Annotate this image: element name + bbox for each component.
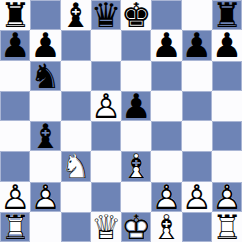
square-a1[interactable]: ♜♖ [0,212,30,242]
square-f6[interactable] [151,61,181,91]
square-d3[interactable] [91,151,121,181]
square-d6[interactable] [91,61,121,91]
square-g1[interactable] [182,212,212,242]
chess-board: ♜♝♛♚♜♟♟♟♟♟♞♟♙♟♝♞♘♝♗♟♙♟♙♟♙♟♙♟♙♜♖♛♕♚♔♝♗♜♖ [0,0,242,242]
piece-white-bishop[interactable]: ♝♗ [151,212,181,242]
piece-white-rook[interactable]: ♜♖ [0,212,30,242]
square-c7[interactable] [61,30,91,60]
square-e5[interactable]: ♟ [121,91,151,121]
piece-outline-glyph: ♗ [151,212,181,242]
square-b5[interactable] [30,91,60,121]
piece-outline-glyph: ♔ [121,212,151,242]
square-a6[interactable] [0,61,30,91]
square-h1[interactable]: ♜♖ [212,212,242,242]
square-e7[interactable] [121,30,151,60]
square-h4[interactable] [212,121,242,151]
square-h5[interactable] [212,91,242,121]
square-g2[interactable]: ♟♙ [182,182,212,212]
piece-white-rook[interactable]: ♜♖ [212,212,242,242]
square-b8[interactable] [30,0,60,30]
square-b6[interactable]: ♞ [30,61,60,91]
square-b1[interactable] [30,212,60,242]
piece-black-bishop[interactable]: ♝ [30,121,60,151]
square-g6[interactable] [182,61,212,91]
piece-body-glyph: ♟ [0,30,30,60]
piece-black-rook[interactable]: ♜ [0,0,30,30]
square-a4[interactable] [0,121,30,151]
square-c8[interactable]: ♝ [61,0,91,30]
piece-outline-glyph: ♙ [91,91,121,121]
piece-black-pawn[interactable]: ♟ [212,30,242,60]
square-a5[interactable] [0,91,30,121]
piece-body-glyph: ♟ [212,30,242,60]
piece-body-glyph: ♛ [91,0,121,30]
square-c6[interactable] [61,61,91,91]
piece-white-pawn[interactable]: ♟♙ [91,91,121,121]
piece-black-bishop[interactable]: ♝ [61,0,91,30]
square-b2[interactable]: ♟♙ [30,182,60,212]
piece-black-knight[interactable]: ♞ [30,61,60,91]
square-c1[interactable] [61,212,91,242]
square-g7[interactable]: ♟ [182,30,212,60]
piece-black-pawn[interactable]: ♟ [151,30,181,60]
square-e1[interactable]: ♚♔ [121,212,151,242]
square-f5[interactable] [151,91,181,121]
square-g8[interactable] [182,0,212,30]
square-d1[interactable]: ♛♕ [91,212,121,242]
piece-white-pawn[interactable]: ♟♙ [0,182,30,212]
square-c5[interactable] [61,91,91,121]
piece-body-glyph: ♝ [61,0,91,30]
square-g3[interactable] [182,151,212,181]
square-d7[interactable] [91,30,121,60]
piece-outline-glyph: ♙ [151,182,181,212]
piece-white-knight[interactable]: ♞♘ [61,151,91,181]
piece-outline-glyph: ♖ [212,212,242,242]
piece-white-pawn[interactable]: ♟♙ [182,182,212,212]
piece-body-glyph: ♜ [212,0,242,30]
square-d8[interactable]: ♛ [91,0,121,30]
piece-white-pawn[interactable]: ♟♙ [30,182,60,212]
square-g5[interactable] [182,91,212,121]
square-b7[interactable]: ♟ [30,30,60,60]
piece-outline-glyph: ♙ [212,182,242,212]
square-a2[interactable]: ♟♙ [0,182,30,212]
square-c3[interactable]: ♞♘ [61,151,91,181]
piece-black-pawn[interactable]: ♟ [0,30,30,60]
square-f2[interactable]: ♟♙ [151,182,181,212]
piece-body-glyph: ♟ [121,91,151,121]
piece-outline-glyph: ♘ [61,151,91,181]
square-h7[interactable]: ♟ [212,30,242,60]
piece-white-pawn[interactable]: ♟♙ [212,182,242,212]
square-e3[interactable]: ♝♗ [121,151,151,181]
piece-body-glyph: ♞ [30,61,60,91]
square-f1[interactable]: ♝♗ [151,212,181,242]
square-f8[interactable] [151,0,181,30]
piece-black-pawn[interactable]: ♟ [30,30,60,60]
piece-white-queen[interactable]: ♛♕ [91,212,121,242]
piece-body-glyph: ♚ [121,0,151,30]
square-h2[interactable]: ♟♙ [212,182,242,212]
square-e4[interactable] [121,121,151,151]
piece-outline-glyph: ♙ [182,182,212,212]
square-b3[interactable] [30,151,60,181]
piece-black-queen[interactable]: ♛ [91,0,121,30]
square-f4[interactable] [151,121,181,151]
square-e6[interactable] [121,61,151,91]
piece-black-king[interactable]: ♚ [121,0,151,30]
piece-body-glyph: ♟ [30,30,60,60]
piece-white-bishop[interactable]: ♝♗ [121,151,151,181]
square-f7[interactable]: ♟ [151,30,181,60]
square-a8[interactable]: ♜ [0,0,30,30]
square-c2[interactable] [61,182,91,212]
square-a3[interactable] [0,151,30,181]
piece-outline-glyph: ♙ [0,182,30,212]
piece-outline-glyph: ♕ [91,212,121,242]
piece-body-glyph: ♜ [0,0,30,30]
square-a7[interactable]: ♟ [0,30,30,60]
piece-body-glyph: ♟ [151,30,181,60]
square-h6[interactable] [212,61,242,91]
square-d4[interactable] [91,121,121,151]
piece-black-pawn[interactable]: ♟ [182,30,212,60]
square-h8[interactable]: ♜ [212,0,242,30]
square-c4[interactable] [61,121,91,151]
square-h3[interactable] [212,151,242,181]
square-f3[interactable] [151,151,181,181]
square-b4[interactable]: ♝ [30,121,60,151]
piece-body-glyph: ♝ [30,121,60,151]
piece-black-rook[interactable]: ♜ [212,0,242,30]
square-e2[interactable] [121,182,151,212]
piece-outline-glyph: ♙ [30,182,60,212]
piece-outline-glyph: ♗ [121,151,151,181]
piece-black-pawn[interactable]: ♟ [121,91,151,121]
square-d2[interactable] [91,182,121,212]
piece-body-glyph: ♟ [182,30,212,60]
square-e8[interactable]: ♚ [121,0,151,30]
piece-white-king[interactable]: ♚♔ [121,212,151,242]
square-g4[interactable] [182,121,212,151]
square-d5[interactable]: ♟♙ [91,91,121,121]
piece-outline-glyph: ♖ [0,212,30,242]
piece-white-pawn[interactable]: ♟♙ [151,182,181,212]
